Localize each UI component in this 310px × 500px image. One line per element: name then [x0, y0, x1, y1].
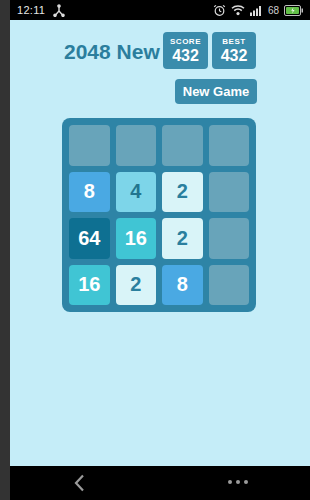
cell-empty [69, 125, 110, 166]
tile-64: 64 [69, 218, 110, 259]
board[interactable]: 842641621628 [62, 118, 256, 312]
battery-icon [284, 5, 303, 16]
cell-empty [209, 218, 250, 259]
new-game-button[interactable]: New Game [175, 79, 257, 104]
tile-2: 2 [162, 172, 203, 213]
best-box: BEST 432 [212, 32, 256, 69]
share-network-icon [53, 4, 65, 17]
signal-strength-icon [250, 5, 263, 16]
status-bar: 12:11 [10, 0, 310, 20]
tile-2: 2 [162, 218, 203, 259]
app-title: 2048 New [64, 40, 160, 64]
cell-empty [209, 265, 250, 306]
battery-percent: 68 [268, 5, 279, 16]
status-right-cluster: 68 [213, 4, 303, 17]
score-value: 432 [172, 47, 199, 64]
cell-empty [209, 172, 250, 213]
cell-empty [162, 125, 203, 166]
navigation-bar [10, 466, 310, 500]
tile-16: 16 [69, 265, 110, 306]
phone-screen: 12:11 [10, 0, 310, 500]
score-label: SCORE [170, 37, 201, 47]
tile-2: 2 [116, 265, 157, 306]
best-label: BEST [222, 37, 245, 47]
score-box: SCORE 432 [163, 32, 208, 69]
tile-16: 16 [116, 218, 157, 259]
cell-empty [209, 125, 250, 166]
back-icon[interactable] [70, 473, 90, 493]
alarm-icon [213, 4, 226, 17]
cell-empty [116, 125, 157, 166]
best-value: 432 [221, 47, 248, 64]
wifi-icon [231, 4, 245, 16]
tile-8: 8 [162, 265, 203, 306]
tile-8: 8 [69, 172, 110, 213]
clock-time: 12:11 [17, 4, 45, 16]
tile-4: 4 [116, 172, 157, 213]
menu-icon[interactable] [228, 480, 248, 484]
